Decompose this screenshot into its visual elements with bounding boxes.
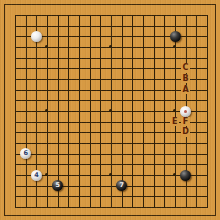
- label-F[interactable]: F: [181, 117, 190, 126]
- label-B[interactable]: B: [181, 74, 190, 83]
- label-D[interactable]: D: [181, 128, 190, 137]
- stone-black-q17: [170, 31, 181, 42]
- stone-black-r4: [180, 170, 191, 181]
- board-intersections[interactable]: 4567CBAEFD: [10, 10, 212, 212]
- star-point: [173, 45, 176, 48]
- move-number: 5: [56, 182, 61, 189]
- stone-black-e3: 5: [52, 180, 63, 191]
- move-number: 4: [34, 172, 39, 179]
- star-point: [173, 173, 176, 176]
- stone-white-b6: 6: [20, 148, 31, 159]
- label-E[interactable]: E: [170, 117, 179, 126]
- move-number: 6: [24, 150, 29, 157]
- move-number: 7: [119, 182, 124, 189]
- star-point: [173, 109, 176, 112]
- star-point: [45, 45, 48, 48]
- star-point: [45, 109, 48, 112]
- stone-white-c17: [31, 31, 42, 42]
- go-board: 4567CBAEFD: [0, 0, 220, 220]
- stone-white-r10: [180, 106, 191, 117]
- label-C[interactable]: C: [181, 64, 190, 73]
- last-move-marker: [184, 110, 187, 113]
- label-A[interactable]: A: [181, 85, 190, 94]
- star-point: [109, 109, 112, 112]
- star-point: [45, 173, 48, 176]
- star-point: [109, 45, 112, 48]
- stone-black-l3: 7: [116, 180, 127, 191]
- stone-white-c4: 4: [31, 170, 42, 181]
- star-point: [109, 173, 112, 176]
